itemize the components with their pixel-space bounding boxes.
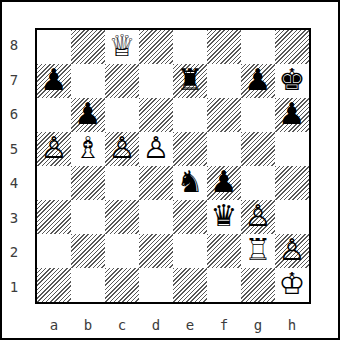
rank-label-4: 4 — [2, 166, 26, 201]
white-king-piece: ♔ — [279, 269, 306, 299]
black-pawn-piece: ♟ — [211, 167, 238, 197]
black-pawn-piece: ♟ — [41, 65, 68, 95]
square-g7[interactable]: ♟ — [241, 64, 275, 98]
file-label-a: a — [37, 313, 71, 337]
square-a8[interactable] — [37, 30, 71, 64]
white-pawn-piece: ♙ — [279, 235, 306, 265]
rank-label-8: 8 — [2, 28, 26, 63]
square-d5[interactable]: ♙ — [139, 132, 173, 166]
square-g1[interactable] — [241, 268, 275, 302]
black-pawn-piece: ♟ — [75, 99, 102, 129]
file-label-d: d — [139, 313, 173, 337]
square-c6[interactable] — [105, 98, 139, 132]
rank-label-3: 3 — [2, 201, 26, 236]
square-a3[interactable] — [37, 200, 71, 234]
square-c8[interactable]: ♕ — [105, 30, 139, 64]
square-e1[interactable] — [173, 268, 207, 302]
square-d2[interactable] — [139, 234, 173, 268]
square-h5[interactable] — [275, 132, 309, 166]
square-b5[interactable]: ♗ — [71, 132, 105, 166]
rank-labels: 87654321 — [2, 28, 26, 304]
square-g2[interactable]: ♖ — [241, 234, 275, 268]
square-g5[interactable] — [241, 132, 275, 166]
white-bishop-piece: ♗ — [75, 133, 102, 163]
white-pawn-piece: ♙ — [41, 133, 68, 163]
square-a2[interactable] — [37, 234, 71, 268]
square-a5[interactable]: ♙ — [37, 132, 71, 166]
square-f3[interactable]: ♛ — [207, 200, 241, 234]
square-b2[interactable] — [71, 234, 105, 268]
square-f2[interactable] — [207, 234, 241, 268]
square-c5[interactable]: ♙ — [105, 132, 139, 166]
black-rook-piece: ♜ — [177, 65, 204, 95]
black-queen-piece: ♛ — [211, 201, 238, 231]
square-f1[interactable] — [207, 268, 241, 302]
white-queen-piece: ♕ — [109, 31, 136, 61]
square-h6[interactable]: ♟ — [275, 98, 309, 132]
black-pawn-piece: ♟ — [279, 99, 306, 129]
square-h3[interactable] — [275, 200, 309, 234]
rank-label-7: 7 — [2, 63, 26, 98]
file-label-f: f — [207, 313, 241, 337]
file-label-h: h — [275, 313, 309, 337]
square-h7[interactable]: ♚ — [275, 64, 309, 98]
square-b6[interactable]: ♟ — [71, 98, 105, 132]
square-e4[interactable]: ♞ — [173, 166, 207, 200]
square-b3[interactable] — [71, 200, 105, 234]
square-e8[interactable] — [173, 30, 207, 64]
square-a7[interactable]: ♟ — [37, 64, 71, 98]
black-pawn-piece: ♟ — [245, 65, 272, 95]
black-knight-piece: ♞ — [177, 167, 204, 197]
square-a1[interactable] — [37, 268, 71, 302]
square-b8[interactable] — [71, 30, 105, 64]
square-e5[interactable] — [173, 132, 207, 166]
square-c2[interactable] — [105, 234, 139, 268]
white-pawn-piece: ♙ — [143, 133, 170, 163]
square-b7[interactable] — [71, 64, 105, 98]
square-e7[interactable]: ♜ — [173, 64, 207, 98]
square-d7[interactable] — [139, 64, 173, 98]
square-f6[interactable] — [207, 98, 241, 132]
square-e6[interactable] — [173, 98, 207, 132]
file-label-g: g — [241, 313, 275, 337]
file-labels: abcdefgh — [37, 313, 309, 337]
square-c4[interactable] — [105, 166, 139, 200]
square-g3[interactable]: ♙ — [241, 200, 275, 234]
square-d8[interactable] — [139, 30, 173, 64]
square-f8[interactable] — [207, 30, 241, 64]
square-g8[interactable] — [241, 30, 275, 64]
rank-label-5: 5 — [2, 132, 26, 167]
square-g6[interactable] — [241, 98, 275, 132]
square-c3[interactable] — [105, 200, 139, 234]
black-king-piece: ♚ — [279, 65, 306, 95]
square-e2[interactable] — [173, 234, 207, 268]
square-a6[interactable] — [37, 98, 71, 132]
square-h1[interactable]: ♔ — [275, 268, 309, 302]
square-h8[interactable] — [275, 30, 309, 64]
rank-label-1: 1 — [2, 270, 26, 305]
square-d6[interactable] — [139, 98, 173, 132]
square-c1[interactable] — [105, 268, 139, 302]
chess-diagram-page: 87654321 ♕♟♜♟♚♟♟♙♗♙♙♞♟♛♙♖♙♔ abcdefgh — [0, 0, 340, 340]
square-c7[interactable] — [105, 64, 139, 98]
square-b1[interactable] — [71, 268, 105, 302]
square-f5[interactable] — [207, 132, 241, 166]
square-d4[interactable] — [139, 166, 173, 200]
square-d1[interactable] — [139, 268, 173, 302]
white-rook-piece: ♖ — [245, 235, 272, 265]
square-f4[interactable]: ♟ — [207, 166, 241, 200]
square-g4[interactable] — [241, 166, 275, 200]
file-label-b: b — [71, 313, 105, 337]
file-label-c: c — [105, 313, 139, 337]
white-pawn-piece: ♙ — [109, 133, 136, 163]
square-f7[interactable] — [207, 64, 241, 98]
rank-label-2: 2 — [2, 235, 26, 270]
file-label-e: e — [173, 313, 207, 337]
square-h4[interactable] — [275, 166, 309, 200]
square-d3[interactable] — [139, 200, 173, 234]
rank-label-6: 6 — [2, 97, 26, 132]
square-h2[interactable]: ♙ — [275, 234, 309, 268]
chess-board: ♕♟♜♟♚♟♟♙♗♙♙♞♟♛♙♖♙♔ — [35, 28, 311, 304]
square-e3[interactable] — [173, 200, 207, 234]
square-b4[interactable] — [71, 166, 105, 200]
square-a4[interactable] — [37, 166, 71, 200]
white-pawn-piece: ♙ — [245, 201, 272, 231]
